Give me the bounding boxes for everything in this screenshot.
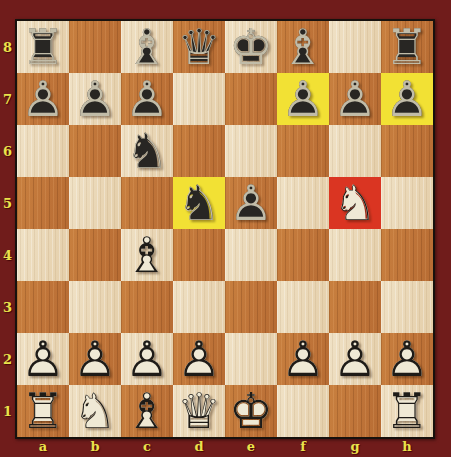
- square-b2[interactable]: ♟♙: [69, 333, 121, 385]
- square-a1[interactable]: ♜♖: [17, 385, 69, 437]
- square-d4[interactable]: [173, 229, 225, 281]
- file-label-f: f: [277, 438, 329, 454]
- square-f1[interactable]: [277, 385, 329, 437]
- square-f6[interactable]: [277, 125, 329, 177]
- black-pawn-detail-icon: ♙: [381, 73, 433, 125]
- square-a8[interactable]: ♜♖: [17, 21, 69, 73]
- piece-white-queen[interactable]: ♛♕: [173, 385, 225, 437]
- white-knight-detail-icon: ♘: [329, 177, 381, 229]
- black-rook-detail-icon: ♖: [17, 21, 69, 73]
- square-e1[interactable]: ♚♔: [225, 385, 277, 437]
- square-g6[interactable]: [329, 125, 381, 177]
- square-g2[interactable]: ♟♙: [329, 333, 381, 385]
- square-g4[interactable]: [329, 229, 381, 281]
- black-knight-detail-icon: ♘: [121, 125, 173, 177]
- white-rook-detail-icon: ♖: [17, 385, 69, 437]
- black-rook-detail-icon: ♖: [381, 21, 433, 73]
- piece-black-pawn[interactable]: ♟♙: [225, 177, 277, 229]
- piece-black-rook[interactable]: ♜♖: [381, 21, 433, 73]
- black-pawn-icon: ♟: [381, 73, 433, 125]
- square-g1[interactable]: [329, 385, 381, 437]
- white-knight-detail-icon: ♘: [69, 385, 121, 437]
- white-pawn-detail-icon: ♙: [121, 333, 173, 385]
- square-b6[interactable]: [69, 125, 121, 177]
- white-pawn-icon: ♟: [173, 333, 225, 385]
- file-label-a: a: [17, 438, 69, 454]
- piece-black-pawn[interactable]: ♟♙: [329, 73, 381, 125]
- square-h7[interactable]: ♟♙: [381, 73, 433, 125]
- square-g8[interactable]: [329, 21, 381, 73]
- white-pawn-detail-icon: ♙: [277, 333, 329, 385]
- white-pawn-icon: ♟: [69, 333, 121, 385]
- black-pawn-icon: ♟: [121, 73, 173, 125]
- black-pawn-detail-icon: ♙: [277, 73, 329, 125]
- square-b1[interactable]: ♞♘: [69, 385, 121, 437]
- square-f7[interactable]: ♟♙: [277, 73, 329, 125]
- square-e5[interactable]: ♟♙: [225, 177, 277, 229]
- white-bishop-detail-icon: ♗: [121, 229, 173, 281]
- square-d6[interactable]: [173, 125, 225, 177]
- rank-label-6: 6: [0, 125, 15, 177]
- square-d3[interactable]: [173, 281, 225, 333]
- square-a4[interactable]: [17, 229, 69, 281]
- square-c8[interactable]: ♝♗: [121, 21, 173, 73]
- white-pawn-icon: ♟: [329, 333, 381, 385]
- file-label-b: b: [69, 438, 121, 454]
- chess-board-frame: ♜♖♝♗♛♕♚♔♝♗♜♖♟♙♟♙♟♙♟♙♟♙♟♙♞♘♞♘♟♙♞♘♝♗♟♙♟♙♟♙…: [0, 0, 451, 457]
- rank-label-7: 7: [0, 73, 15, 125]
- white-pawn-detail-icon: ♙: [69, 333, 121, 385]
- black-queen-detail-icon: ♕: [173, 21, 225, 73]
- black-pawn-detail-icon: ♙: [225, 177, 277, 229]
- black-king-detail-icon: ♔: [225, 21, 277, 73]
- square-c3[interactable]: [121, 281, 173, 333]
- piece-black-pawn[interactable]: ♟♙: [121, 73, 173, 125]
- square-b7[interactable]: ♟♙: [69, 73, 121, 125]
- square-e2[interactable]: [225, 333, 277, 385]
- file-label-g: g: [329, 438, 381, 454]
- square-h4[interactable]: [381, 229, 433, 281]
- white-pawn-icon: ♟: [381, 333, 433, 385]
- piece-black-rook[interactable]: ♜♖: [17, 21, 69, 73]
- piece-white-pawn[interactable]: ♟♙: [121, 333, 173, 385]
- square-c4[interactable]: ♝♗: [121, 229, 173, 281]
- square-f2[interactable]: ♟♙: [277, 333, 329, 385]
- piece-white-king[interactable]: ♚♔: [225, 385, 277, 437]
- square-f4[interactable]: [277, 229, 329, 281]
- black-rook-icon: ♜: [381, 21, 433, 73]
- rank-label-8: 8: [0, 21, 15, 73]
- square-c6[interactable]: ♞♘: [121, 125, 173, 177]
- file-label-c: c: [121, 438, 173, 454]
- piece-black-knight[interactable]: ♞♘: [121, 125, 173, 177]
- square-g5[interactable]: ♞♘: [329, 177, 381, 229]
- black-knight-detail-icon: ♘: [173, 177, 225, 229]
- square-h5[interactable]: [381, 177, 433, 229]
- square-b3[interactable]: [69, 281, 121, 333]
- white-pawn-icon: ♟: [121, 333, 173, 385]
- white-pawn-detail-icon: ♙: [381, 333, 433, 385]
- black-pawn-detail-icon: ♙: [121, 73, 173, 125]
- square-h6[interactable]: [381, 125, 433, 177]
- rank-label-4: 4: [0, 229, 15, 281]
- white-bishop-icon: ♝: [121, 229, 173, 281]
- square-d5[interactable]: ♞♘: [173, 177, 225, 229]
- square-a5[interactable]: [17, 177, 69, 229]
- piece-white-bishop[interactable]: ♝♗: [121, 385, 173, 437]
- white-pawn-detail-icon: ♙: [329, 333, 381, 385]
- piece-black-pawn[interactable]: ♟♙: [69, 73, 121, 125]
- square-a7[interactable]: ♟♙: [17, 73, 69, 125]
- piece-white-pawn[interactable]: ♟♙: [69, 333, 121, 385]
- white-pawn-detail-icon: ♙: [173, 333, 225, 385]
- file-label-h: h: [381, 438, 433, 454]
- white-rook-detail-icon: ♖: [381, 385, 433, 437]
- square-h1[interactable]: ♜♖: [381, 385, 433, 437]
- piece-black-pawn[interactable]: ♟♙: [277, 73, 329, 125]
- piece-white-pawn[interactable]: ♟♙: [381, 333, 433, 385]
- square-c1[interactable]: ♝♗: [121, 385, 173, 437]
- piece-white-pawn[interactable]: ♟♙: [329, 333, 381, 385]
- white-knight-icon: ♞: [329, 177, 381, 229]
- square-c2[interactable]: ♟♙: [121, 333, 173, 385]
- black-pawn-detail-icon: ♙: [17, 73, 69, 125]
- black-pawn-detail-icon: ♙: [329, 73, 381, 125]
- piece-black-queen[interactable]: ♛♕: [173, 21, 225, 73]
- piece-black-king[interactable]: ♚♔: [225, 21, 277, 73]
- square-h3[interactable]: [381, 281, 433, 333]
- piece-white-rook[interactable]: ♜♖: [17, 385, 69, 437]
- square-a6[interactable]: [17, 125, 69, 177]
- square-h2[interactable]: ♟♙: [381, 333, 433, 385]
- piece-white-pawn[interactable]: ♟♙: [173, 333, 225, 385]
- square-e6[interactable]: [225, 125, 277, 177]
- black-knight-icon: ♞: [121, 125, 173, 177]
- rank-label-3: 3: [0, 281, 15, 333]
- square-a3[interactable]: [17, 281, 69, 333]
- white-queen-detail-icon: ♕: [173, 385, 225, 437]
- black-pawn-icon: ♟: [329, 73, 381, 125]
- piece-white-bishop[interactable]: ♝♗: [121, 229, 173, 281]
- square-e4[interactable]: [225, 229, 277, 281]
- square-c7[interactable]: ♟♙: [121, 73, 173, 125]
- square-c5[interactable]: [121, 177, 173, 229]
- white-king-detail-icon: ♔: [225, 385, 277, 437]
- square-b5[interactable]: [69, 177, 121, 229]
- square-e7[interactable]: [225, 73, 277, 125]
- white-bishop-icon: ♝: [121, 385, 173, 437]
- square-a2[interactable]: ♟♙: [17, 333, 69, 385]
- piece-white-knight[interactable]: ♞♘: [69, 385, 121, 437]
- white-rook-icon: ♜: [381, 385, 433, 437]
- square-d8[interactable]: ♛♕: [173, 21, 225, 73]
- rank-label-2: 2: [0, 333, 15, 385]
- black-king-icon: ♚: [225, 21, 277, 73]
- black-bishop-icon: ♝: [121, 21, 173, 73]
- rank-label-5: 5: [0, 177, 15, 229]
- black-bishop-detail-icon: ♗: [121, 21, 173, 73]
- piece-white-pawn[interactable]: ♟♙: [277, 333, 329, 385]
- white-queen-icon: ♛: [173, 385, 225, 437]
- file-label-e: e: [225, 438, 277, 454]
- black-bishop-icon: ♝: [277, 21, 329, 73]
- square-b4[interactable]: [69, 229, 121, 281]
- square-g7[interactable]: ♟♙: [329, 73, 381, 125]
- white-pawn-detail-icon: ♙: [17, 333, 69, 385]
- white-knight-icon: ♞: [69, 385, 121, 437]
- square-g3[interactable]: [329, 281, 381, 333]
- rank-label-1: 1: [0, 385, 15, 437]
- file-label-d: d: [173, 438, 225, 454]
- black-queen-icon: ♛: [173, 21, 225, 73]
- square-f8[interactable]: ♝♗: [277, 21, 329, 73]
- white-pawn-icon: ♟: [277, 333, 329, 385]
- white-king-icon: ♚: [225, 385, 277, 437]
- black-knight-icon: ♞: [173, 177, 225, 229]
- square-b8[interactable]: [69, 21, 121, 73]
- black-pawn-icon: ♟: [17, 73, 69, 125]
- black-bishop-detail-icon: ♗: [277, 21, 329, 73]
- square-d7[interactable]: [173, 73, 225, 125]
- square-f3[interactable]: [277, 281, 329, 333]
- square-h8[interactable]: ♜♖: [381, 21, 433, 73]
- square-d2[interactable]: ♟♙: [173, 333, 225, 385]
- black-pawn-icon: ♟: [69, 73, 121, 125]
- square-e3[interactable]: [225, 281, 277, 333]
- piece-black-bishop[interactable]: ♝♗: [277, 21, 329, 73]
- piece-black-pawn[interactable]: ♟♙: [17, 73, 69, 125]
- black-pawn-icon: ♟: [277, 73, 329, 125]
- chess-board: ♜♖♝♗♛♕♚♔♝♗♜♖♟♙♟♙♟♙♟♙♟♙♟♙♞♘♞♘♟♙♞♘♝♗♟♙♟♙♟♙…: [15, 19, 435, 439]
- white-rook-icon: ♜: [17, 385, 69, 437]
- white-pawn-icon: ♟: [17, 333, 69, 385]
- piece-white-knight[interactable]: ♞♘: [329, 177, 381, 229]
- piece-black-bishop[interactable]: ♝♗: [121, 21, 173, 73]
- square-d1[interactable]: ♛♕: [173, 385, 225, 437]
- piece-black-pawn[interactable]: ♟♙: [381, 73, 433, 125]
- black-rook-icon: ♜: [17, 21, 69, 73]
- black-pawn-detail-icon: ♙: [69, 73, 121, 125]
- black-pawn-icon: ♟: [225, 177, 277, 229]
- piece-white-rook[interactable]: ♜♖: [381, 385, 433, 437]
- white-bishop-detail-icon: ♗: [121, 385, 173, 437]
- square-e8[interactable]: ♚♔: [225, 21, 277, 73]
- square-f5[interactable]: [277, 177, 329, 229]
- piece-black-knight[interactable]: ♞♘: [173, 177, 225, 229]
- piece-white-pawn[interactable]: ♟♙: [17, 333, 69, 385]
